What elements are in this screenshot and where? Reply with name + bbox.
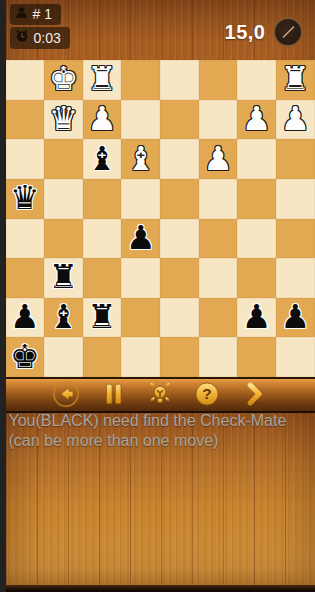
pause-icon [98,379,128,412]
puzzle-number: # 1 [33,6,52,23]
square-a4[interactable] [6,219,45,259]
square-a2[interactable]: ♟ [6,298,45,338]
square-c6[interactable]: ♝ [83,139,122,179]
white-pawn: ♟ [203,142,233,175]
square-h6[interactable] [276,139,315,179]
square-f1[interactable] [199,337,238,377]
square-h1[interactable] [276,337,315,377]
square-c3[interactable] [83,258,122,298]
square-a8[interactable] [6,60,45,100]
square-e4[interactable] [160,219,199,259]
square-d2[interactable] [121,298,160,338]
square-c7[interactable]: ♟ [83,100,122,140]
square-h3[interactable] [276,258,315,298]
square-d1[interactable] [121,337,160,377]
black-pawn: ♟ [280,300,310,333]
question-mark-icon: ? [192,379,222,412]
square-a6[interactable] [6,139,45,179]
square-d8[interactable] [121,60,160,100]
square-c2[interactable]: ♜ [83,298,122,338]
square-h5[interactable] [276,179,315,219]
square-e1[interactable] [160,337,199,377]
toolbar: ? [6,377,315,413]
black-bishop: ♝ [87,142,117,175]
black-bishop: ♝ [49,300,79,333]
square-h7[interactable]: ♟ [276,100,315,140]
black-queen: ♛ [10,181,40,214]
square-f6[interactable]: ♟ [199,139,238,179]
back-button[interactable] [51,380,81,410]
chevron-right-icon [239,379,269,412]
white-pawn: ♟ [242,102,272,135]
instruction-line-1: You(BLACK) need find the Check-Mate [9,411,313,431]
bottom-edge [6,585,315,592]
square-g4[interactable] [237,219,276,259]
square-b5[interactable] [44,179,83,219]
square-f7[interactable] [199,100,238,140]
square-b2[interactable]: ♝ [44,298,83,338]
square-e8[interactable] [160,60,199,100]
black-pawn: ♟ [242,300,272,333]
alarm-clock-icon [15,29,29,47]
black-king: ♚ [10,340,40,373]
square-g2[interactable]: ♟ [237,298,276,338]
square-a7[interactable] [6,100,45,140]
square-a3[interactable] [6,258,45,298]
timer-badge: 0:03 [10,27,70,49]
black-rook: ♜ [87,300,117,333]
white-queen: ♛ [49,102,79,135]
square-g6[interactable] [237,139,276,179]
square-d5[interactable] [121,179,160,219]
person-icon [15,6,28,23]
square-b6[interactable] [44,139,83,179]
square-c1[interactable] [83,337,122,377]
square-d3[interactable] [121,258,160,298]
square-d4[interactable]: ♟ [121,219,160,259]
square-b1[interactable] [44,337,83,377]
square-d6[interactable]: ♝ [121,139,160,179]
white-bishop: ♝ [126,142,156,175]
square-f5[interactable] [199,179,238,219]
square-f4[interactable] [199,219,238,259]
square-g7[interactable]: ♟ [237,100,276,140]
square-e2[interactable] [160,298,199,338]
square-e6[interactable] [160,139,199,179]
square-h4[interactable] [276,219,315,259]
lightbulb-icon [145,379,175,412]
square-e3[interactable] [160,258,199,298]
timer-dial-icon [273,17,303,47]
square-g5[interactable] [237,179,276,219]
square-g3[interactable] [237,258,276,298]
help-glyph: ? [202,385,211,402]
square-g8[interactable] [237,60,276,100]
square-c5[interactable] [83,179,122,219]
square-b8[interactable]: ♚ [44,60,83,100]
square-b3[interactable]: ♜ [44,258,83,298]
header: # 1 0:03 15,0 [6,0,315,60]
elapsed-time: 0:03 [34,30,61,47]
square-h2[interactable]: ♟ [276,298,315,338]
white-pawn: ♟ [280,102,310,135]
square-f2[interactable] [199,298,238,338]
square-e7[interactable] [160,100,199,140]
score-value: 15,0 [225,21,266,44]
score-area: 15,0 [225,17,303,47]
next-button[interactable] [239,380,269,410]
pause-button[interactable] [98,380,128,410]
square-d7[interactable] [121,100,160,140]
help-button[interactable]: ? [192,380,222,410]
instruction-line-2: (can be more than one move) [9,431,313,451]
black-rook: ♜ [49,260,79,293]
square-g1[interactable] [237,337,276,377]
square-a5[interactable]: ♛ [6,179,45,219]
chess-board: ♚♜♜♛♟♟♟♝♝♟♛♟♜♟♝♜♟♟♚ [6,60,315,377]
square-c8[interactable]: ♜ [83,60,122,100]
square-e5[interactable] [160,179,199,219]
app-screen: # 1 0:03 15,0 ♚♜♜♛♟♟♟♝♝♟♛♟♜♟♝♜♟♟♚ [6,0,315,592]
hint-button[interactable] [145,380,175,410]
white-pawn: ♟ [87,102,117,135]
square-c4[interactable] [83,219,122,259]
square-b7[interactable]: ♛ [44,100,83,140]
black-pawn: ♟ [126,221,156,254]
white-rook: ♜ [280,62,310,95]
back-arrow-icon [51,379,81,412]
square-h8[interactable]: ♜ [276,60,315,100]
instruction-message: You(BLACK) need find the Check-Mate (can… [9,411,313,451]
square-b4[interactable] [44,219,83,259]
puzzle-number-badge: # 1 [10,4,61,25]
square-a1[interactable]: ♚ [6,337,45,377]
black-pawn: ♟ [10,300,40,333]
white-rook: ♜ [87,62,117,95]
square-f8[interactable] [199,60,238,100]
white-king: ♚ [49,62,79,95]
square-f3[interactable] [199,258,238,298]
